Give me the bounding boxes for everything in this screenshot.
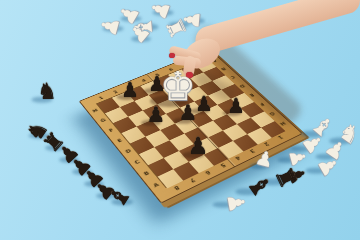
scattered-white-pawn: ♟ bbox=[223, 191, 248, 214]
piece-black-pawn-c5: ♟ bbox=[188, 135, 209, 158]
scattered-white-pawn: ♟ bbox=[97, 14, 123, 39]
piece-black-pawn-h3: ♟ bbox=[121, 80, 139, 100]
piece-black-pawn-e6: ♟ bbox=[195, 94, 213, 114]
photo-stage: 1234567887654321HGFEDCBAABCDEFGH ♟♟♝♟♜♟♟… bbox=[0, 0, 360, 240]
scattered-black-knight: ♞ bbox=[37, 81, 57, 103]
piece-black-pawn-e5: ♟ bbox=[179, 103, 198, 124]
piece-black-pawn-e4: ♟ bbox=[147, 105, 166, 126]
piece-black-pawn-d7: ♟ bbox=[227, 96, 245, 116]
scattered-black-bishop: ♝ bbox=[105, 182, 135, 212]
scattered-white-pawn: ♟ bbox=[254, 147, 277, 171]
